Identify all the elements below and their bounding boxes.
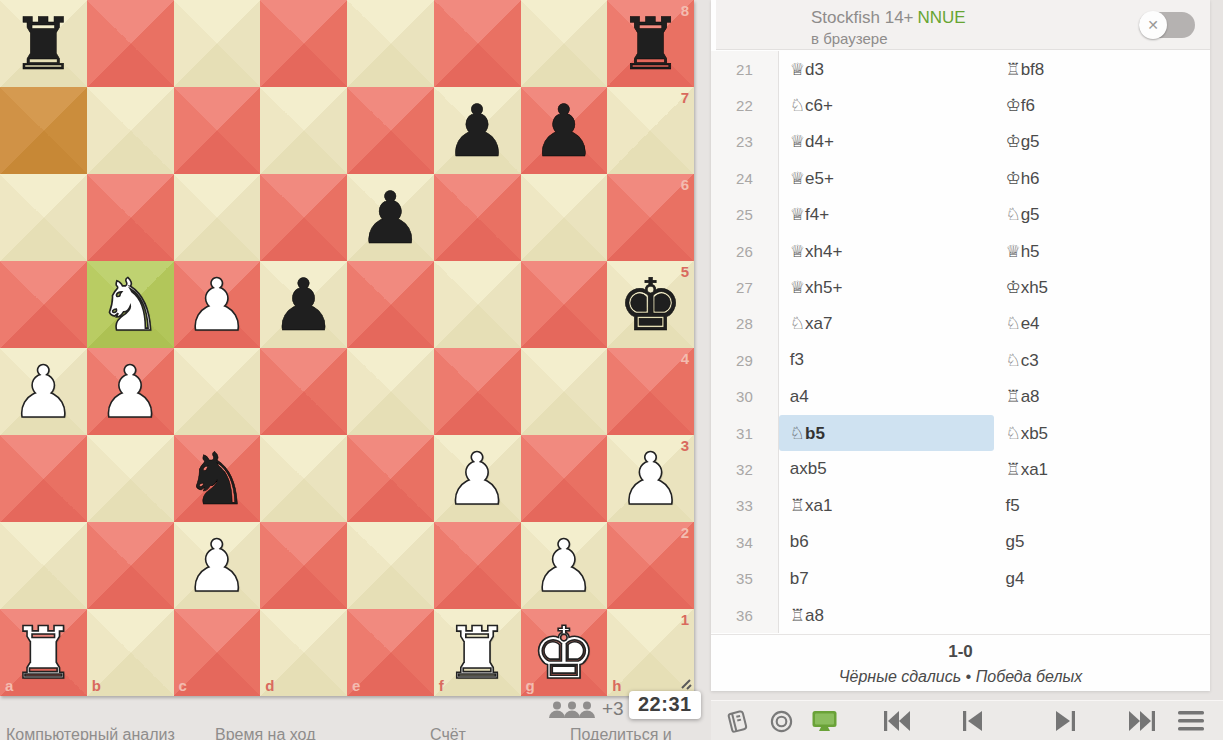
move-white[interactable]: ♘c6+ [779,87,995,123]
rank-label-3: 3 [681,438,689,453]
square-f8[interactable] [434,0,521,87]
square-g6[interactable] [521,174,608,261]
square-g5[interactable] [521,261,608,348]
toggle-close-icon[interactable]: ✕ [1139,11,1167,39]
black-pawn[interactable]: ♟ [445,95,510,167]
square-a1[interactable]: ♜a [0,609,87,696]
square-d8[interactable] [260,0,347,87]
move-number: 22 [711,87,779,123]
square-g8[interactable] [521,0,608,87]
file-label-d: d [265,678,274,693]
square-b7[interactable] [87,87,174,174]
black-rook[interactable]: ♜ [618,8,683,80]
move-number: 25 [711,197,779,233]
file-label-h: h [612,678,621,693]
move-black[interactable]: g5 [994,524,1210,560]
move-number: 26 [711,233,779,269]
move-number: 32 [711,451,779,487]
move-white[interactable]: ♕xh4+ [779,233,995,269]
move-black[interactable]: ♘c3 [994,342,1210,378]
square-c5[interactable]: ♟ [174,261,261,348]
square-c2[interactable]: ♟ [174,522,261,609]
move-black[interactable]: g4 [994,560,1210,596]
square-f3[interactable]: ♟ [434,435,521,522]
square-g4[interactable] [521,348,608,435]
move-number: 27 [711,269,779,305]
move-white[interactable]: f3 [779,342,995,378]
square-g7[interactable]: ♟ [521,87,608,174]
person-icon [577,699,597,719]
square-e3[interactable] [347,435,434,522]
square-h8[interactable]: ♜8 [607,0,694,87]
white-king[interactable]: ♚ [532,617,597,689]
square-c7[interactable] [174,87,261,174]
square-f5[interactable] [434,261,521,348]
move-white[interactable]: ♕e5+ [779,160,995,196]
move-white[interactable]: ♕d4+ [779,124,995,160]
move-white[interactable]: ♕f4+ [779,197,995,233]
square-c3[interactable]: ♞ [174,435,261,522]
white-knight[interactable]: ♞ [98,269,163,341]
square-h4[interactable]: 4 [607,348,694,435]
move-row: 31♘b5♘xb5 [711,415,1210,451]
white-rook[interactable]: ♜ [445,617,510,689]
rank-label-4: 4 [681,351,689,366]
move-row: 28♘xa7♘e4 [711,306,1210,342]
move-row: 36♖a8 [711,597,1210,633]
move-row: 29f3♘c3 [711,342,1210,378]
move-black[interactable]: ♔f6 [994,87,1210,123]
move-number: 21 [711,51,779,87]
square-g1[interactable]: ♚g [521,609,608,696]
square-a8[interactable]: ♜ [0,0,87,87]
square-b3[interactable] [87,435,174,522]
square-a7[interactable] [0,87,87,174]
square-d1[interactable]: d [260,609,347,696]
square-f2[interactable] [434,522,521,609]
move-black[interactable]: f5 [994,488,1210,524]
square-b2[interactable] [87,522,174,609]
move-row: 24♕e5+♔h6 [711,160,1210,196]
result-score: 1-0 [711,642,1210,662]
move-number: 24 [711,160,779,196]
engine-toggle[interactable]: ✕ [1139,12,1195,38]
square-g3[interactable] [521,435,608,522]
square-f6[interactable] [434,174,521,261]
move-number: 30 [711,379,779,415]
move-number: 23 [711,124,779,160]
move-number: 34 [711,524,779,560]
square-d5[interactable]: ♟ [260,261,347,348]
square-e7[interactable] [347,87,434,174]
move-black[interactable]: ♔h6 [994,160,1210,196]
move-number: 33 [711,488,779,524]
black-rook[interactable]: ♜ [11,8,76,80]
file-label-c: c [179,678,187,693]
file-label-f: f [439,678,444,693]
rank-label-5: 5 [681,264,689,279]
square-e6[interactable]: ♟ [347,174,434,261]
engine-header: Stockfish 14+NNUE в браузере ✕ [716,0,1210,50]
square-h7[interactable]: 7 [607,87,694,174]
analysis-panel: Stockfish 14+NNUE в браузере ✕ 21♕d3♖bf8… [711,0,1210,691]
board-resize-handle[interactable] [674,672,694,692]
move-row: 30a4♖a8 [711,379,1210,415]
square-f1[interactable]: ♜f [434,609,521,696]
square-a6[interactable] [0,174,87,261]
file-label-g: g [526,678,535,693]
square-d7[interactable] [260,87,347,174]
square-f7[interactable]: ♟ [434,87,521,174]
move-white[interactable]: ♖a8 [779,597,995,633]
square-b6[interactable] [87,174,174,261]
move-black[interactable]: ♘e4 [994,306,1210,342]
square-c1[interactable]: c [174,609,261,696]
square-a4[interactable]: ♟ [0,348,87,435]
move-number: 35 [711,560,779,596]
move-black[interactable]: ♖bf8 [994,51,1210,87]
square-h5[interactable]: ♚5 [607,261,694,348]
rank-label-1: 1 [681,612,689,627]
file-label-a: a [5,678,13,693]
square-d3[interactable] [260,435,347,522]
spectator-count: +3 [602,698,624,720]
square-d6[interactable] [260,174,347,261]
rank-label-6: 6 [681,177,689,192]
first-move-icon[interactable] [883,708,911,734]
move-black [994,597,1210,633]
square-e4[interactable] [347,348,434,435]
chess-board[interactable]: ♜♜8♟♟7♟6♞♟♟♚5♟♟4♞♟♟3♟♟2♜abcde♜f♚g1h [0,0,694,696]
result-block: 1-0 Чёрные сдались • Победа белых [711,634,1210,686]
white-pawn[interactable]: ♟ [185,269,250,341]
previous-move-icon[interactable] [959,708,987,734]
move-row: 27♕xh5+♔xh5 [711,269,1210,305]
move-number: 28 [711,306,779,342]
book-icon[interactable] [723,708,751,734]
menu-icon[interactable] [1177,708,1205,734]
black-knight[interactable]: ♞ [185,443,250,515]
square-a2[interactable] [0,522,87,609]
move-black[interactable]: ♖a8 [994,379,1210,415]
move-black[interactable]: ♘g5 [994,197,1210,233]
move-row: 32axb5♖xa1 [711,451,1210,487]
white-pawn[interactable]: ♟ [98,356,163,428]
file-label-e: e [352,678,360,693]
black-pawn[interactable]: ♟ [358,182,423,254]
move-row: 21♕d3♖bf8 [711,51,1210,87]
square-a5[interactable] [0,261,87,348]
move-number: 31 [711,415,779,451]
white-clock: 22:31 [629,691,701,719]
engine-nnue-label: NNUE [918,8,966,27]
square-d4[interactable] [260,348,347,435]
move-black[interactable]: ♖xa1 [994,451,1210,487]
rank-label-7: 7 [681,90,689,105]
move-white[interactable]: ♘b5 [779,415,995,451]
square-c6[interactable] [174,174,261,261]
next-move-icon[interactable] [1051,708,1079,734]
move-black[interactable]: ♔xh5 [994,269,1210,305]
tab-crosstable[interactable]: Счёт [430,726,466,740]
square-e1[interactable]: e [347,609,434,696]
move-white[interactable]: ♘xa7 [779,306,995,342]
square-h6[interactable]: 6 [607,174,694,261]
white-pawn[interactable]: ♟ [532,530,597,602]
move-white[interactable]: ♕d3 [779,51,995,87]
move-row: 34b6g5 [711,524,1210,560]
tab-move-times[interactable]: Время на ход [215,726,315,740]
move-row: 25♕f4+♘g5 [711,197,1210,233]
move-row: 35b7g4 [711,560,1210,596]
square-h3[interactable]: ♟3 [607,435,694,522]
rank-label-2: 2 [681,525,689,540]
white-pawn[interactable]: ♟ [445,443,510,515]
square-f4[interactable] [434,348,521,435]
move-row: 33♖xa1f5 [711,488,1210,524]
square-d2[interactable] [260,522,347,609]
white-pawn[interactable]: ♟ [11,356,76,428]
move-list: 21♕d3♖bf822♘c6+♔f623♕d4+♔g524♕e5+♔h625♕f… [711,51,1210,633]
tab-share[interactable]: Поделиться и [570,726,672,740]
move-number: 36 [711,597,779,633]
last-move-icon[interactable] [1127,708,1155,734]
move-white[interactable]: ♕xh5+ [779,269,995,305]
white-rook[interactable]: ♜ [11,617,76,689]
move-white[interactable]: axb5 [779,451,995,487]
square-e2[interactable] [347,522,434,609]
spectators: +3 [547,698,624,720]
black-pawn[interactable]: ♟ [271,269,336,341]
move-black[interactable]: ♘xb5 [994,415,1210,451]
move-number: 29 [711,342,779,378]
tab-computer-analysis[interactable]: Компьютерный анализ [6,726,175,740]
move-row: 23♕d4+♔g5 [711,124,1210,160]
move-black[interactable]: ♔g5 [994,124,1210,160]
square-a3[interactable] [0,435,87,522]
move-white[interactable]: b7 [779,560,995,596]
black-king[interactable]: ♚ [618,269,683,341]
square-b5[interactable]: ♞ [87,261,174,348]
move-row: 26♕xh4+♕h5 [711,233,1210,269]
square-c4[interactable] [174,348,261,435]
panel-toolbar [711,700,1223,740]
file-label-b: b [92,678,101,693]
white-pawn[interactable]: ♟ [618,443,683,515]
square-b8[interactable] [87,0,174,87]
square-g2[interactable]: ♟ [521,522,608,609]
move-white[interactable]: b6 [779,524,995,560]
square-e8[interactable] [347,0,434,87]
white-pawn[interactable]: ♟ [185,530,250,602]
move-black[interactable]: ♕h5 [994,233,1210,269]
square-e5[interactable] [347,261,434,348]
monitor-icon[interactable] [810,708,838,734]
black-pawn[interactable]: ♟ [532,95,597,167]
square-h2[interactable]: 2 [607,522,694,609]
move-white[interactable]: ♖xa1 [779,488,995,524]
move-white[interactable]: a4 [779,379,995,415]
square-b4[interactable]: ♟ [87,348,174,435]
square-b1[interactable]: b [87,609,174,696]
square-c8[interactable] [174,0,261,87]
target-icon[interactable] [767,708,795,734]
rank-label-8: 8 [681,3,689,18]
move-row: 22♘c6+♔f6 [711,87,1210,123]
result-status: Чёрные сдались • Победа белых [711,668,1210,686]
